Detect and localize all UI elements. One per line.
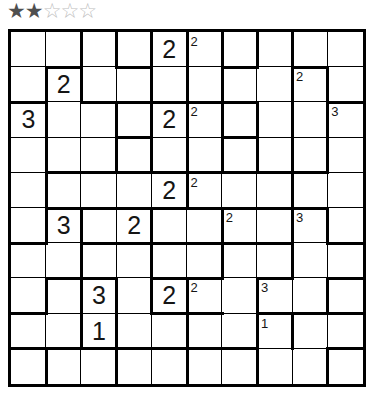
region-border-segment — [221, 347, 259, 350]
region-border-segment — [291, 136, 294, 174]
cell-r10c3 — [81, 349, 116, 384]
region-border-segment — [256, 136, 259, 174]
star-empty-icon: ☆ — [43, 0, 61, 22]
region-border-segment — [10, 242, 48, 245]
region-border-segment — [115, 136, 153, 139]
cell-r10c8 — [257, 349, 292, 384]
region-border-segment — [115, 136, 118, 174]
region-corner-clue: 2 — [226, 211, 233, 224]
cell-r6c8 — [257, 208, 292, 243]
region-border-segment — [326, 242, 364, 245]
region-border-segment — [326, 66, 329, 104]
region-border-segment — [80, 242, 83, 280]
cell-r9c4 — [117, 314, 152, 349]
cell-r3c3 — [81, 102, 116, 137]
cell-r3c8 — [257, 102, 292, 137]
region-corner-clue: 3 — [261, 281, 268, 294]
star-filled-icon: ★ — [25, 0, 43, 22]
cell-r8c10 — [328, 278, 363, 313]
cell-r2c5 — [152, 67, 187, 102]
region-corner-clue: 3 — [331, 105, 338, 118]
cell-r6c6 — [187, 208, 222, 243]
cell-r7c4 — [117, 243, 152, 278]
given-number: 3 — [11, 102, 46, 137]
region-border-segment — [291, 312, 329, 315]
region-border-segment — [221, 101, 224, 139]
cell-r6c1 — [11, 208, 46, 243]
cell-r7c1 — [11, 243, 46, 278]
cell-r4c8 — [257, 138, 292, 173]
region-border-segment — [221, 31, 224, 69]
cell-r9c1 — [11, 314, 46, 349]
region-border-segment — [256, 31, 259, 69]
cell-r3c9 — [293, 102, 328, 137]
star-empty-icon: ☆ — [60, 0, 78, 22]
region-border-segment — [186, 207, 224, 210]
region-corner-clue: 3 — [296, 211, 303, 224]
cell-r4c2 — [46, 138, 81, 173]
difficulty-star-rating: ★★☆☆☆ — [7, 0, 96, 24]
cell-r1c3 — [81, 32, 116, 67]
region-border-segment — [150, 242, 188, 245]
cell-r4c4 — [117, 138, 152, 173]
given-number: 2 — [46, 67, 81, 102]
cell-r7c2 — [46, 243, 81, 278]
cell-r4c6 — [187, 138, 222, 173]
region-border-segment — [291, 312, 294, 350]
given-number: 3 — [46, 208, 81, 243]
cell-r9c7 — [222, 314, 257, 349]
cell-r5c1 — [11, 173, 46, 208]
cell-r6c10 — [328, 208, 363, 243]
region-border-segment — [221, 242, 259, 245]
cell-r7c9 — [293, 243, 328, 278]
cell-r10c5 — [152, 349, 187, 384]
cell-r9c10 — [328, 314, 363, 349]
cell-r3c2 — [46, 102, 81, 137]
region-corner-clue: 2 — [191, 35, 198, 48]
cell-r4c9 — [293, 138, 328, 173]
cell-r1c8 — [257, 32, 292, 67]
region-corner-clue: 2 — [191, 281, 198, 294]
cell-r2c3 — [81, 67, 116, 102]
region-border-segment — [150, 242, 153, 280]
cell-r8c7 — [222, 278, 257, 313]
given-number: 2 — [152, 32, 187, 67]
cell-r4c1 — [11, 138, 46, 173]
region-border-segment — [221, 207, 224, 245]
star-empty-icon: ☆ — [78, 0, 96, 22]
region-border-segment — [186, 347, 189, 385]
cell-r9c9 — [293, 314, 328, 349]
region-border-segment — [45, 347, 83, 350]
region-border-segment — [256, 277, 259, 315]
region-border-segment — [326, 347, 364, 350]
cell-r1c4 — [117, 32, 152, 67]
region-border-segment — [221, 136, 224, 174]
region-border-segment — [115, 347, 153, 350]
cell-r9c5 — [152, 314, 187, 349]
region-border-segment — [256, 171, 294, 174]
region-border-segment — [221, 171, 259, 174]
cell-r8c4 — [117, 278, 152, 313]
region-border-segment — [150, 136, 153, 174]
region-border-segment — [115, 347, 118, 385]
given-number: 2 — [152, 173, 187, 208]
cell-r4c7 — [222, 138, 257, 173]
region-border-segment — [256, 347, 259, 385]
cell-r1c9 — [293, 32, 328, 67]
cell-r5c7 — [222, 173, 257, 208]
region-border-segment — [186, 242, 224, 245]
cell-r8c1 — [11, 278, 46, 313]
cell-r2c6 — [187, 67, 222, 102]
cell-r5c9 — [293, 173, 328, 208]
region-border-segment — [221, 66, 224, 104]
region-border-segment — [115, 101, 118, 139]
cell-r10c9 — [293, 349, 328, 384]
cell-r10c7 — [222, 349, 257, 384]
region-border-segment — [150, 66, 153, 104]
cell-r9c2 — [46, 314, 81, 349]
region-border-segment — [186, 136, 189, 174]
given-number: 3 — [81, 278, 116, 313]
given-number: 2 — [117, 208, 152, 243]
region-border-segment — [80, 242, 118, 245]
region-border-segment — [326, 312, 364, 315]
cell-r3c4 — [117, 102, 152, 137]
cell-r5c4 — [117, 173, 152, 208]
region-border-segment — [221, 242, 224, 280]
region-corner-clue: 1 — [261, 317, 268, 330]
given-number: 1 — [81, 314, 116, 349]
cell-r8c9 — [293, 278, 328, 313]
cell-r7c6 — [187, 243, 222, 278]
cell-r10c4 — [117, 349, 152, 384]
region-border-segment — [186, 171, 224, 174]
region-border-segment — [326, 101, 329, 139]
region-border-segment — [291, 207, 294, 245]
cell-r10c1 — [11, 349, 46, 384]
cell-r2c4 — [117, 67, 152, 102]
region-border-segment — [150, 347, 188, 350]
cell-r7c7 — [222, 243, 257, 278]
cell-r10c2 — [46, 349, 81, 384]
region-border-segment — [115, 66, 153, 69]
cell-r6c3 — [81, 208, 116, 243]
region-border-segment — [326, 136, 329, 174]
cell-r5c2 — [46, 173, 81, 208]
region-border-segment — [45, 277, 83, 280]
cell-r1c7 — [222, 32, 257, 67]
region-corner-clue: 2 — [296, 70, 303, 83]
region-border-segment — [291, 101, 294, 139]
region-border-segment — [115, 101, 153, 104]
cell-r3c7 — [222, 102, 257, 137]
region-corner-clue: 2 — [191, 176, 198, 189]
cell-r7c8 — [257, 243, 292, 278]
cell-r5c3 — [81, 173, 116, 208]
given-number: 2 — [152, 278, 187, 313]
region-border-segment — [291, 242, 294, 280]
region-border-segment — [256, 207, 294, 210]
region-border-segment — [186, 312, 189, 350]
cell-r5c10 — [328, 173, 363, 208]
region-border-segment — [326, 347, 329, 385]
region-border-segment — [80, 31, 83, 69]
region-border-segment — [291, 171, 294, 209]
cell-r1c1 — [11, 32, 46, 67]
cell-r7c3 — [81, 243, 116, 278]
region-border-segment — [115, 171, 153, 174]
cell-r7c5 — [152, 243, 187, 278]
region-border-segment — [45, 347, 48, 385]
region-border-segment — [186, 66, 189, 104]
star-filled-icon: ★ — [7, 0, 25, 22]
region-border-segment — [10, 347, 48, 350]
region-border-segment — [45, 277, 48, 315]
cell-r2c8 — [257, 67, 292, 102]
region-border-segment — [326, 207, 329, 245]
cell-r10c6 — [187, 349, 222, 384]
region-border-segment — [256, 312, 294, 315]
region-border-segment — [45, 171, 83, 174]
region-corner-clue: 2 — [191, 105, 198, 118]
puzzle-board: 22223223223223322311 — [8, 29, 366, 387]
region-border-segment — [45, 136, 48, 174]
cell-r2c1 — [11, 67, 46, 102]
cell-r4c10 — [328, 138, 363, 173]
cell-r1c10 — [328, 32, 363, 67]
region-border-segment — [291, 171, 329, 174]
region-border-segment — [80, 171, 118, 174]
given-number: 2 — [152, 102, 187, 137]
region-border-segment — [80, 101, 118, 104]
cell-r9c6 — [187, 314, 222, 349]
region-border-segment — [10, 312, 48, 315]
region-border-segment — [256, 101, 259, 139]
region-border-segment — [221, 66, 259, 69]
cell-r2c10 — [328, 67, 363, 102]
region-border-segment — [326, 277, 364, 280]
cell-r7c10 — [328, 243, 363, 278]
cell-r8c2 — [46, 278, 81, 313]
cell-r10c10 — [328, 349, 363, 384]
region-border-segment — [291, 66, 294, 104]
region-border-segment — [291, 31, 294, 69]
region-border-segment — [326, 277, 329, 315]
cell-r4c5 — [152, 138, 187, 173]
region-border-segment — [221, 136, 259, 139]
cell-r4c3 — [81, 138, 116, 173]
region-border-segment — [115, 31, 118, 69]
cell-r2c7 — [222, 67, 257, 102]
cell-r5c8 — [257, 173, 292, 208]
region-border-segment — [256, 242, 294, 245]
region-border-segment — [221, 101, 259, 104]
cell-r6c5 — [152, 208, 187, 243]
region-border-segment — [256, 312, 259, 350]
region-border-segment — [80, 207, 118, 210]
region-border-segment — [45, 171, 48, 209]
region-border-segment — [186, 312, 224, 315]
region-border-segment — [186, 347, 224, 350]
cell-r1c2 — [46, 32, 81, 67]
